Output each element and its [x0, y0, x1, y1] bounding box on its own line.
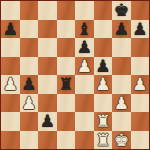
square-a8[interactable]	[1, 1, 20, 20]
square-h1[interactable]	[131, 131, 150, 150]
square-b1[interactable]	[20, 131, 39, 150]
square-g8[interactable]: ♚	[112, 1, 131, 20]
black-rook-d4: ♜	[58, 75, 73, 93]
square-b2[interactable]	[20, 112, 39, 131]
square-h6[interactable]	[131, 38, 150, 57]
black-bishop-e7: ♝	[77, 20, 92, 38]
square-d1[interactable]	[57, 131, 76, 150]
square-c5[interactable]	[38, 57, 57, 76]
square-e4[interactable]	[75, 75, 94, 94]
square-g7[interactable]: ♟	[112, 20, 131, 39]
square-a3[interactable]	[1, 94, 20, 113]
white-pawn-h4: ♟	[132, 75, 147, 93]
square-g1[interactable]: ♚	[112, 131, 131, 150]
square-g2[interactable]	[112, 112, 131, 131]
square-b5[interactable]	[20, 57, 39, 76]
white-rook-f1: ♜	[95, 131, 110, 149]
square-d8[interactable]	[57, 1, 76, 20]
white-king-g1: ♚	[114, 131, 129, 149]
square-h3[interactable]	[131, 94, 150, 113]
square-b8[interactable]	[20, 1, 39, 20]
black-pawn-b4: ♟	[21, 75, 36, 93]
square-b4[interactable]: ♟	[20, 75, 39, 94]
square-d7[interactable]	[57, 20, 76, 39]
square-g5[interactable]	[112, 57, 131, 76]
black-pawn-h7: ♟	[132, 20, 147, 38]
black-pawn-e6: ♟	[77, 38, 92, 56]
black-pawn-c2: ♟	[40, 112, 55, 130]
square-f7[interactable]	[94, 20, 113, 39]
square-g4[interactable]	[112, 75, 131, 94]
white-pawn-g3: ♟	[114, 94, 129, 112]
square-b6[interactable]	[20, 38, 39, 57]
square-d3[interactable]	[57, 94, 76, 113]
square-a5[interactable]	[1, 57, 20, 76]
square-d5[interactable]	[57, 57, 76, 76]
white-pawn-e5: ♟	[77, 57, 92, 75]
square-e6[interactable]: ♟	[75, 38, 94, 57]
square-h4[interactable]: ♟	[131, 75, 150, 94]
square-h2[interactable]	[131, 112, 150, 131]
white-rook-f2: ♜	[95, 112, 110, 130]
square-e3[interactable]	[75, 94, 94, 113]
square-e5[interactable]: ♟	[75, 57, 94, 76]
square-h8[interactable]	[131, 1, 150, 20]
square-f6[interactable]	[94, 38, 113, 57]
black-pawn-g7: ♟	[114, 20, 129, 38]
square-f8[interactable]	[94, 1, 113, 20]
square-a1[interactable]	[1, 131, 20, 150]
square-d6[interactable]	[57, 38, 76, 57]
chessboard: ♚♟♝♟♟♟♟♟♟♟♜♟♟♟♟♟♜♜♚	[0, 0, 150, 150]
square-c3[interactable]	[38, 94, 57, 113]
white-pawn-b3: ♟	[21, 94, 36, 112]
chessboard-grid: ♚♟♝♟♟♟♟♟♟♟♜♟♟♟♟♟♜♜♚	[1, 1, 149, 149]
square-e7[interactable]: ♝	[75, 20, 94, 39]
square-c6[interactable]	[38, 38, 57, 57]
square-c7[interactable]	[38, 20, 57, 39]
square-f3[interactable]	[94, 94, 113, 113]
black-pawn-f5: ♟	[95, 57, 110, 75]
square-h7[interactable]: ♟	[131, 20, 150, 39]
square-c2[interactable]: ♟	[38, 112, 57, 131]
square-f1[interactable]: ♜	[94, 131, 113, 150]
square-c4[interactable]	[38, 75, 57, 94]
black-pawn-a7: ♟	[3, 20, 18, 38]
square-a4[interactable]: ♟	[1, 75, 20, 94]
square-d2[interactable]	[57, 112, 76, 131]
square-g6[interactable]	[112, 38, 131, 57]
square-e8[interactable]	[75, 1, 94, 20]
square-b3[interactable]: ♟	[20, 94, 39, 113]
square-d4[interactable]: ♜	[57, 75, 76, 94]
square-b7[interactable]	[20, 20, 39, 39]
square-e2[interactable]	[75, 112, 94, 131]
black-king-g8: ♚	[114, 1, 129, 19]
square-a2[interactable]	[1, 112, 20, 131]
square-c1[interactable]	[38, 131, 57, 150]
square-f5[interactable]: ♟	[94, 57, 113, 76]
white-pawn-a4: ♟	[3, 75, 18, 93]
square-f2[interactable]: ♜	[94, 112, 113, 131]
square-f4[interactable]: ♟	[94, 75, 113, 94]
white-pawn-f4: ♟	[95, 75, 110, 93]
square-h5[interactable]	[131, 57, 150, 76]
square-g3[interactable]: ♟	[112, 94, 131, 113]
square-c8[interactable]	[38, 1, 57, 20]
square-e1[interactable]	[75, 131, 94, 150]
square-a7[interactable]: ♟	[1, 20, 20, 39]
square-a6[interactable]	[1, 38, 20, 57]
